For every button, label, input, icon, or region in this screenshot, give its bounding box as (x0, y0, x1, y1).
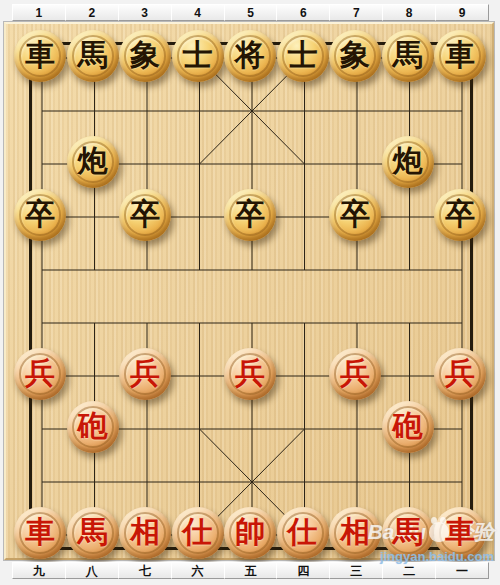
piece-black-chariot-f9r1[interactable]: 車 (434, 30, 486, 82)
piece-black-horse-f2r1[interactable]: 馬 (67, 30, 119, 82)
piece-red-elephant-f7r10[interactable]: 相 (329, 507, 381, 559)
piece-red-soldier-f5r7[interactable]: 兵 (224, 348, 276, 400)
piece-character: 士 (183, 35, 213, 76)
piece-black-elephant-f7r1[interactable]: 象 (329, 30, 381, 82)
file-label-top-9: 9 (435, 4, 489, 21)
piece-red-cannon-f8r8[interactable]: 砲 (382, 401, 434, 453)
piece-red-soldier-f7r7[interactable]: 兵 (329, 348, 381, 400)
file-label-bottom-7: 三 (329, 562, 383, 579)
piece-black-chariot-f1r1[interactable]: 車 (14, 30, 66, 82)
file-label-bottom-2: 八 (65, 562, 119, 579)
piece-character: 卒 (235, 194, 265, 235)
piece-character: 馬 (393, 512, 423, 553)
piece-character: 砲 (393, 406, 423, 447)
file-label-bottom-6: 四 (276, 562, 330, 579)
file-label-top-5: 5 (224, 4, 278, 21)
piece-red-advisor-f6r10[interactable]: 仕 (277, 507, 329, 559)
piece-character: 兵 (340, 353, 370, 394)
piece-black-soldier-f9r4[interactable]: 卒 (434, 189, 486, 241)
bottom-file-labels: 九八七六五四三二一 (12, 562, 488, 579)
piece-character: 象 (130, 35, 160, 76)
piece-red-chariot-f1r10[interactable]: 車 (14, 507, 66, 559)
piece-red-advisor-f4r10[interactable]: 仕 (172, 507, 224, 559)
piece-character: 馬 (78, 512, 108, 553)
piece-character: 兵 (235, 353, 265, 394)
piece-character: 士 (288, 35, 318, 76)
piece-character: 帥 (235, 512, 265, 553)
file-label-bottom-3: 七 (118, 562, 172, 579)
file-label-top-7: 7 (329, 4, 383, 21)
piece-character: 卒 (445, 194, 475, 235)
file-label-top-4: 4 (171, 4, 225, 21)
piece-character: 車 (445, 35, 475, 76)
piece-black-soldier-f1r4[interactable]: 卒 (14, 189, 66, 241)
piece-black-general-f5r1[interactable]: 将 (224, 30, 276, 82)
piece-character: 車 (445, 512, 475, 553)
piece-character: 車 (25, 512, 55, 553)
piece-red-cannon-f2r8[interactable]: 砲 (67, 401, 119, 453)
piece-character: 相 (340, 512, 370, 553)
file-label-bottom-5: 五 (224, 562, 278, 579)
piece-character: 相 (130, 512, 160, 553)
piece-character: 馬 (393, 35, 423, 76)
file-label-top-1: 1 (12, 4, 66, 21)
xiangqi-screenshot: 123456789 車馬象士将士象馬車炮炮卒卒卒卒卒兵兵兵兵兵砲砲車馬相仕帥仕相… (0, 0, 500, 585)
piece-red-soldier-f1r7[interactable]: 兵 (14, 348, 66, 400)
file-label-bottom-4: 六 (171, 562, 225, 579)
piece-black-cannon-f2r3[interactable]: 炮 (67, 136, 119, 188)
file-label-top-3: 3 (118, 4, 172, 21)
file-label-bottom-9: 一 (435, 562, 489, 579)
piece-character: 砲 (78, 406, 108, 447)
file-label-bottom-8: 二 (382, 562, 436, 579)
piece-black-advisor-f6r1[interactable]: 士 (277, 30, 329, 82)
top-file-labels: 123456789 (12, 4, 488, 21)
piece-character: 卒 (340, 194, 370, 235)
piece-character: 象 (340, 35, 370, 76)
piece-character: 仕 (183, 512, 213, 553)
piece-character: 車 (25, 35, 55, 76)
piece-red-general-f5r10[interactable]: 帥 (224, 507, 276, 559)
piece-character: 兵 (25, 353, 55, 394)
file-label-top-6: 6 (276, 4, 330, 21)
piece-character: 兵 (130, 353, 160, 394)
piece-black-soldier-f3r4[interactable]: 卒 (119, 189, 171, 241)
file-label-top-2: 2 (65, 4, 119, 21)
piece-character: 卒 (25, 194, 55, 235)
piece-red-horse-f8r10[interactable]: 馬 (382, 507, 434, 559)
piece-character: 炮 (78, 141, 108, 182)
piece-character: 炮 (393, 141, 423, 182)
piece-black-soldier-f5r4[interactable]: 卒 (224, 189, 276, 241)
piece-character: 卒 (130, 194, 160, 235)
piece-red-elephant-f3r10[interactable]: 相 (119, 507, 171, 559)
piece-red-soldier-f3r7[interactable]: 兵 (119, 348, 171, 400)
board-grid (6, 24, 496, 562)
piece-character: 馬 (78, 35, 108, 76)
piece-character: 仕 (288, 512, 318, 553)
piece-black-horse-f8r1[interactable]: 馬 (382, 30, 434, 82)
piece-character: 将 (235, 35, 265, 76)
piece-black-cannon-f8r3[interactable]: 炮 (382, 136, 434, 188)
piece-red-chariot-f9r10[interactable]: 車 (434, 507, 486, 559)
file-label-top-8: 8 (382, 4, 436, 21)
piece-red-horse-f2r10[interactable]: 馬 (67, 507, 119, 559)
piece-red-soldier-f9r7[interactable]: 兵 (434, 348, 486, 400)
piece-black-elephant-f3r1[interactable]: 象 (119, 30, 171, 82)
xiangqi-board[interactable] (4, 22, 494, 560)
file-label-bottom-1: 九 (12, 562, 66, 579)
piece-black-soldier-f7r4[interactable]: 卒 (329, 189, 381, 241)
piece-black-advisor-f4r1[interactable]: 士 (172, 30, 224, 82)
piece-character: 兵 (445, 353, 475, 394)
